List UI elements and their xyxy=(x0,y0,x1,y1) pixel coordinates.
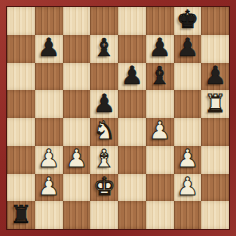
square-f6[interactable]: ♝ xyxy=(146,63,174,91)
square-e5[interactable] xyxy=(118,90,146,118)
square-g4[interactable] xyxy=(174,118,202,146)
square-c7[interactable] xyxy=(63,35,91,63)
square-b5[interactable] xyxy=(35,90,63,118)
piece-white-pawn[interactable]: ♟ xyxy=(37,146,59,171)
square-e3[interactable] xyxy=(118,146,146,174)
square-h1[interactable] xyxy=(201,201,229,229)
piece-black-rook[interactable]: ♜ xyxy=(10,202,32,227)
piece-black-pawn[interactable]: ♟ xyxy=(204,63,226,88)
piece-black-pawn[interactable]: ♟ xyxy=(148,35,170,60)
square-a2[interactable] xyxy=(7,174,35,202)
square-d3[interactable]: ♝ xyxy=(90,146,118,174)
square-d7[interactable]: ♝ xyxy=(90,35,118,63)
piece-white-rook[interactable]: ♜ xyxy=(204,91,226,116)
square-a5[interactable] xyxy=(7,90,35,118)
square-f7[interactable]: ♟ xyxy=(146,35,174,63)
square-h3[interactable] xyxy=(201,146,229,174)
piece-white-pawn[interactable]: ♟ xyxy=(148,118,170,143)
piece-white-pawn[interactable]: ♟ xyxy=(176,146,198,171)
piece-white-pawn[interactable]: ♟ xyxy=(176,174,198,199)
square-f5[interactable] xyxy=(146,90,174,118)
square-e4[interactable] xyxy=(118,118,146,146)
square-d2[interactable]: ♚ xyxy=(90,174,118,202)
square-d4[interactable]: ♞ xyxy=(90,118,118,146)
square-a7[interactable] xyxy=(7,35,35,63)
square-a8[interactable] xyxy=(7,7,35,35)
square-h4[interactable] xyxy=(201,118,229,146)
square-g6[interactable] xyxy=(174,63,202,91)
piece-white-knight[interactable]: ♞ xyxy=(93,118,115,143)
piece-black-king[interactable]: ♚ xyxy=(176,7,198,32)
piece-black-pawn[interactable]: ♟ xyxy=(93,91,115,116)
square-g5[interactable] xyxy=(174,90,202,118)
square-a4[interactable] xyxy=(7,118,35,146)
square-e2[interactable] xyxy=(118,174,146,202)
square-e7[interactable] xyxy=(118,35,146,63)
square-a1[interactable]: ♜ xyxy=(7,201,35,229)
square-f1[interactable] xyxy=(146,201,174,229)
piece-black-bishop[interactable]: ♝ xyxy=(93,35,115,60)
piece-white-bishop[interactable]: ♝ xyxy=(93,146,115,171)
piece-white-pawn[interactable]: ♟ xyxy=(37,174,59,199)
square-b1[interactable] xyxy=(35,201,63,229)
square-c6[interactable] xyxy=(63,63,91,91)
square-b6[interactable] xyxy=(35,63,63,91)
square-f8[interactable] xyxy=(146,7,174,35)
square-b8[interactable] xyxy=(35,7,63,35)
square-c2[interactable] xyxy=(63,174,91,202)
piece-white-pawn[interactable]: ♟ xyxy=(65,146,87,171)
piece-black-bishop[interactable]: ♝ xyxy=(148,63,170,88)
square-g3[interactable]: ♟ xyxy=(174,146,202,174)
square-c1[interactable] xyxy=(63,201,91,229)
square-c5[interactable] xyxy=(63,90,91,118)
board-frame: ♚♟♝♟♟♟♝♟♟♜♞♟♟♟♝♟♟♚♟♜ xyxy=(0,0,236,236)
chess-board: ♚♟♝♟♟♟♝♟♟♜♞♟♟♟♝♟♟♚♟♜ xyxy=(7,7,229,229)
square-d5[interactable]: ♟ xyxy=(90,90,118,118)
square-b4[interactable] xyxy=(35,118,63,146)
square-f4[interactable]: ♟ xyxy=(146,118,174,146)
square-f2[interactable] xyxy=(146,174,174,202)
square-h2[interactable] xyxy=(201,174,229,202)
square-d1[interactable] xyxy=(90,201,118,229)
square-g8[interactable]: ♚ xyxy=(174,7,202,35)
square-c4[interactable] xyxy=(63,118,91,146)
square-e1[interactable] xyxy=(118,201,146,229)
piece-black-pawn[interactable]: ♟ xyxy=(176,35,198,60)
square-g1[interactable] xyxy=(174,201,202,229)
piece-black-pawn[interactable]: ♟ xyxy=(37,35,59,60)
square-h7[interactable] xyxy=(201,35,229,63)
square-g2[interactable]: ♟ xyxy=(174,174,202,202)
square-g7[interactable]: ♟ xyxy=(174,35,202,63)
square-d8[interactable] xyxy=(90,7,118,35)
square-b3[interactable]: ♟ xyxy=(35,146,63,174)
square-d6[interactable] xyxy=(90,63,118,91)
square-c3[interactable]: ♟ xyxy=(63,146,91,174)
square-b7[interactable]: ♟ xyxy=(35,35,63,63)
square-h8[interactable] xyxy=(201,7,229,35)
square-e8[interactable] xyxy=(118,7,146,35)
piece-black-pawn[interactable]: ♟ xyxy=(121,63,143,88)
square-e6[interactable]: ♟ xyxy=(118,63,146,91)
piece-white-king[interactable]: ♚ xyxy=(93,174,115,199)
square-f3[interactable] xyxy=(146,146,174,174)
square-a6[interactable] xyxy=(7,63,35,91)
square-b2[interactable]: ♟ xyxy=(35,174,63,202)
square-h6[interactable]: ♟ xyxy=(201,63,229,91)
square-a3[interactable] xyxy=(7,146,35,174)
square-h5[interactable]: ♜ xyxy=(201,90,229,118)
square-c8[interactable] xyxy=(63,7,91,35)
